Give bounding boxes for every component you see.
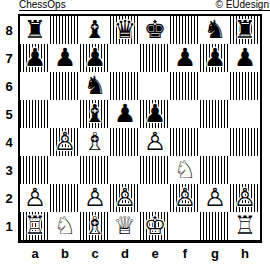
square-a6[interactable] — [20, 72, 50, 100]
square-e6[interactable] — [140, 72, 170, 100]
square-a4[interactable] — [20, 128, 50, 156]
square-g5[interactable] — [200, 100, 230, 128]
file-label-f: f — [170, 246, 200, 261]
rank-label-6: 6 — [0, 72, 18, 100]
square-e2[interactable] — [140, 184, 170, 212]
piece-black-queen: ♛ — [110, 16, 140, 44]
rank-label-8: 8 — [0, 16, 18, 44]
square-c2[interactable]: ♙ — [80, 184, 110, 212]
piece-white-pawn: ♙ — [80, 184, 110, 212]
square-g1[interactable] — [200, 212, 230, 240]
square-c8[interactable]: ♝ — [80, 16, 110, 44]
rank-label-5: 5 — [0, 100, 18, 128]
piece-black-pawn: ♟ — [230, 44, 260, 72]
square-h5[interactable] — [230, 100, 260, 128]
square-g2[interactable]: ♙ — [200, 184, 230, 212]
piece-black-knight: ♞ — [200, 16, 230, 44]
square-h7[interactable]: ♟ — [230, 44, 260, 72]
piece-black-bishop: ♝ — [80, 16, 110, 44]
square-e3[interactable] — [140, 156, 170, 184]
square-c4[interactable]: ♗ — [80, 128, 110, 156]
square-c7[interactable]: ♟ — [80, 44, 110, 72]
square-f7[interactable]: ♟ — [170, 44, 200, 72]
square-c6[interactable]: ♞ — [80, 72, 110, 100]
piece-white-pawn: ♙ — [200, 184, 230, 212]
piece-black-pawn: ♟ — [50, 44, 80, 72]
rank-label-3: 3 — [0, 156, 18, 184]
piece-white-bishop: ♗ — [80, 212, 110, 240]
square-f6[interactable] — [170, 72, 200, 100]
piece-white-rook: ♖ — [20, 212, 50, 240]
piece-white-knight: ♘ — [170, 156, 200, 184]
piece-white-pawn: ♙ — [110, 184, 140, 212]
square-b2[interactable] — [50, 184, 80, 212]
square-h6[interactable] — [230, 72, 260, 100]
piece-black-pawn: ♟ — [20, 44, 50, 72]
square-h8[interactable]: ♜ — [230, 16, 260, 44]
chessops-window: ChessOps © EUdesign 87654321 ♜♝♛♚♞♜♟♟♟♟♟… — [0, 0, 270, 270]
square-h2[interactable]: ♙ — [230, 184, 260, 212]
credit-text: © EUdesign — [215, 0, 269, 10]
square-b7[interactable]: ♟ — [50, 44, 80, 72]
piece-black-rook: ♜ — [230, 16, 260, 44]
square-f1[interactable] — [170, 212, 200, 240]
piece-white-queen: ♕ — [110, 212, 140, 240]
piece-white-pawn: ♙ — [140, 128, 170, 156]
square-d1[interactable]: ♕ — [110, 212, 140, 240]
file-label-g: g — [200, 246, 230, 261]
square-a7[interactable]: ♟ — [20, 44, 50, 72]
square-e8[interactable]: ♚ — [140, 16, 170, 44]
square-b4[interactable]: ♙ — [50, 128, 80, 156]
square-c1[interactable]: ♗ — [80, 212, 110, 240]
square-d4[interactable] — [110, 128, 140, 156]
header-divider — [19, 10, 270, 11]
piece-white-knight: ♘ — [50, 212, 80, 240]
piece-black-knight: ♞ — [80, 72, 110, 100]
piece-white-pawn: ♙ — [20, 184, 50, 212]
square-g7[interactable]: ♟ — [200, 44, 230, 72]
square-b8[interactable] — [50, 16, 80, 44]
piece-white-pawn: ♙ — [230, 184, 260, 212]
square-f2[interactable]: ♙ — [170, 184, 200, 212]
square-c5[interactable]: ♝ — [80, 100, 110, 128]
square-a2[interactable]: ♙ — [20, 184, 50, 212]
square-d6[interactable] — [110, 72, 140, 100]
square-a1[interactable]: ♖ — [20, 212, 50, 240]
square-e4[interactable]: ♙ — [140, 128, 170, 156]
piece-black-pawn: ♟ — [80, 44, 110, 72]
square-d5[interactable]: ♟ — [110, 100, 140, 128]
piece-white-bishop: ♗ — [80, 128, 110, 156]
rank-label-1: 1 — [0, 212, 18, 240]
file-label-c: c — [80, 246, 110, 261]
piece-black-pawn: ♟ — [110, 100, 140, 128]
square-d2[interactable]: ♙ — [110, 184, 140, 212]
square-f4[interactable] — [170, 128, 200, 156]
file-label-h: h — [230, 246, 260, 261]
piece-black-pawn: ♟ — [200, 44, 230, 72]
square-e1[interactable]: ♔ — [140, 212, 170, 240]
app-title: ChessOps — [19, 0, 66, 10]
square-g3[interactable] — [200, 156, 230, 184]
file-label-d: d — [110, 246, 140, 261]
square-d7[interactable] — [110, 44, 140, 72]
square-g6[interactable] — [200, 72, 230, 100]
file-labels: abcdefgh — [20, 246, 260, 261]
rank-label-7: 7 — [0, 44, 18, 72]
square-a8[interactable]: ♜ — [20, 16, 50, 44]
square-h1[interactable]: ♖ — [230, 212, 260, 240]
rank-labels: 87654321 — [0, 16, 18, 240]
piece-black-pawn: ♟ — [140, 100, 170, 128]
piece-black-bishop: ♝ — [80, 100, 110, 128]
square-c3[interactable] — [80, 156, 110, 184]
piece-white-pawn: ♙ — [50, 128, 80, 156]
board: ♜♝♛♚♞♜♟♟♟♟♟♟♞♝♟♟♙♗♙♘♙♙♙♙♙♙♖♘♗♕♔♖ — [18, 14, 262, 243]
square-b3[interactable] — [50, 156, 80, 184]
square-d3[interactable] — [110, 156, 140, 184]
square-f8[interactable] — [170, 16, 200, 44]
square-b5[interactable] — [50, 100, 80, 128]
file-label-e: e — [140, 246, 170, 261]
piece-white-pawn: ♙ — [170, 184, 200, 212]
square-e7[interactable] — [140, 44, 170, 72]
file-label-a: a — [20, 246, 50, 261]
square-a3[interactable] — [20, 156, 50, 184]
rank-label-4: 4 — [0, 128, 18, 156]
square-h3[interactable] — [230, 156, 260, 184]
square-h4[interactable] — [230, 128, 260, 156]
square-a5[interactable] — [20, 100, 50, 128]
square-d8[interactable]: ♛ — [110, 16, 140, 44]
square-g4[interactable] — [200, 128, 230, 156]
piece-white-rook: ♖ — [230, 212, 260, 240]
rank-label-2: 2 — [0, 184, 18, 212]
piece-black-king: ♚ — [140, 16, 170, 44]
piece-black-rook: ♜ — [20, 16, 50, 44]
piece-black-pawn: ♟ — [170, 44, 200, 72]
square-f3[interactable]: ♘ — [170, 156, 200, 184]
piece-white-king: ♔ — [140, 212, 170, 240]
square-g8[interactable]: ♞ — [200, 16, 230, 44]
file-label-b: b — [50, 246, 80, 261]
square-e5[interactable]: ♟ — [140, 100, 170, 128]
square-f5[interactable] — [170, 100, 200, 128]
square-b1[interactable]: ♘ — [50, 212, 80, 240]
square-b6[interactable] — [50, 72, 80, 100]
